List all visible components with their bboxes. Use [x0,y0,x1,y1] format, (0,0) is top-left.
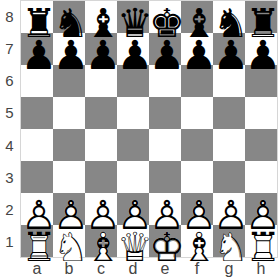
black-bishop[interactable]: ♝ [85,3,117,35]
black-pawn[interactable]: ♟ [149,35,181,67]
file-label-d: d [117,258,149,280]
square-c7[interactable]: ♟ [85,33,117,65]
file-label-e: e [149,258,181,280]
square-a7[interactable]: ♟ [21,33,53,65]
white-pawn[interactable]: ♟♙ [21,195,53,227]
square-c3[interactable] [85,161,117,193]
square-b7[interactable]: ♟ [53,33,85,65]
square-g5[interactable] [213,97,245,129]
white-bishop[interactable]: ♝♗ [85,227,117,259]
square-g4[interactable] [213,129,245,161]
white-pawn[interactable]: ♟♙ [53,195,85,227]
white-rook[interactable]: ♜♖ [245,227,277,259]
square-e4[interactable] [149,129,181,161]
square-a5[interactable] [21,97,53,129]
black-pawn[interactable]: ♟ [213,35,245,67]
file-label-g: g [213,258,245,280]
square-f2[interactable]: ♟♙ [181,193,213,225]
square-g3[interactable] [213,161,245,193]
black-rook[interactable]: ♜ [21,3,53,35]
rank-label-7: 7 [0,32,19,64]
rank-label-8: 8 [0,0,19,32]
black-rook[interactable]: ♜ [245,3,277,35]
square-e5[interactable] [149,97,181,129]
black-bishop[interactable]: ♝ [181,3,213,35]
square-f5[interactable] [181,97,213,129]
file-labels: abcdefgh [21,258,277,280]
rank-labels: 87654321 [0,0,19,258]
black-queen[interactable]: ♛ [117,3,149,35]
black-pawn[interactable]: ♟ [85,35,117,67]
rank-label-2: 2 [0,194,19,226]
square-f3[interactable] [181,161,213,193]
square-b8[interactable]: ♞ [53,1,85,33]
square-e7[interactable]: ♟ [149,33,181,65]
black-pawn-glyph: ♟ [213,35,249,75]
square-a8[interactable]: ♜ [21,1,53,33]
white-pawn[interactable]: ♟♙ [85,195,117,227]
square-d4[interactable] [117,129,149,161]
square-h5[interactable] [245,97,277,129]
black-pawn[interactable]: ♟ [53,35,85,67]
square-a2[interactable]: ♟♙ [21,193,53,225]
file-label-c: c [85,258,117,280]
white-pawn[interactable]: ♟♙ [245,195,277,227]
black-knight[interactable]: ♞ [213,3,245,35]
square-a4[interactable] [21,129,53,161]
file-label-h: h [245,258,277,280]
black-pawn-glyph: ♟ [117,35,153,75]
white-pawn[interactable]: ♟♙ [117,195,149,227]
square-h2[interactable]: ♟♙ [245,193,277,225]
square-b1[interactable]: ♞♘ [53,225,85,257]
square-g7[interactable]: ♟ [213,33,245,65]
chess-diagram: 87654321 ♜♞♝♛♚♝♞♜♟♟♟♟♟♟♟♟♟♙♟♙♟♙♟♙♟♙♟♙♟♙♟… [0,0,280,280]
black-knight[interactable]: ♞ [53,3,85,35]
square-b3[interactable] [53,161,85,193]
black-pawn[interactable]: ♟ [21,35,53,67]
square-a1[interactable]: ♜♖ [21,225,53,257]
black-pawn-glyph: ♟ [85,35,121,75]
square-h3[interactable] [245,161,277,193]
square-e3[interactable] [149,161,181,193]
white-bishop[interactable]: ♝♗ [181,227,213,259]
square-c4[interactable] [85,129,117,161]
square-d5[interactable] [117,97,149,129]
rank-label-1: 1 [0,226,19,258]
square-f4[interactable] [181,129,213,161]
square-b2[interactable]: ♟♙ [53,193,85,225]
square-h8[interactable]: ♜ [245,1,277,33]
square-f8[interactable]: ♝ [181,1,213,33]
square-h1[interactable]: ♜♖ [245,225,277,257]
black-king[interactable]: ♚ [149,3,181,35]
square-d1[interactable]: ♛♕ [117,225,149,257]
white-queen[interactable]: ♛♕ [117,227,149,259]
black-pawn-glyph: ♟ [181,35,217,75]
square-e2[interactable]: ♟♙ [149,193,181,225]
square-d7[interactable]: ♟ [117,33,149,65]
square-d2[interactable]: ♟♙ [117,193,149,225]
square-c1[interactable]: ♝♗ [85,225,117,257]
white-pawn[interactable]: ♟♙ [181,195,213,227]
black-pawn[interactable]: ♟ [117,35,149,67]
square-f7[interactable]: ♟ [181,33,213,65]
file-label-a: a [21,258,53,280]
rank-label-3: 3 [0,161,19,193]
rank-label-5: 5 [0,97,19,129]
black-pawn-glyph: ♟ [53,35,89,75]
black-pawn-glyph: ♟ [149,35,185,75]
black-pawn[interactable]: ♟ [245,35,277,67]
white-king[interactable]: ♚♔ [149,227,181,259]
white-knight[interactable]: ♞♘ [213,227,245,259]
square-c2[interactable]: ♟♙ [85,193,117,225]
square-g2[interactable]: ♟♙ [213,193,245,225]
square-c8[interactable]: ♝ [85,1,117,33]
square-b4[interactable] [53,129,85,161]
square-g1[interactable]: ♞♘ [213,225,245,257]
black-pawn-glyph: ♟ [245,35,280,75]
black-pawn-glyph: ♟ [21,35,57,75]
square-a3[interactable] [21,161,53,193]
white-rook[interactable]: ♜♖ [21,227,53,259]
black-pawn[interactable]: ♟ [181,35,213,67]
square-h4[interactable] [245,129,277,161]
square-e1[interactable]: ♚♔ [149,225,181,257]
square-g8[interactable]: ♞ [213,1,245,33]
white-knight[interactable]: ♞♘ [53,227,85,259]
white-pawn[interactable]: ♟♙ [213,195,245,227]
rank-label-6: 6 [0,65,19,97]
rank-label-4: 4 [0,129,19,161]
square-h7[interactable]: ♟ [245,33,277,65]
square-d8[interactable]: ♛ [117,1,149,33]
file-label-b: b [53,258,85,280]
square-b5[interactable] [53,97,85,129]
square-d3[interactable] [117,161,149,193]
square-e8[interactable]: ♚ [149,1,181,33]
chess-board: ♜♞♝♛♚♝♞♜♟♟♟♟♟♟♟♟♟♙♟♙♟♙♟♙♟♙♟♙♟♙♟♙♜♖♞♘♝♗♛♕… [20,0,278,258]
file-label-f: f [181,258,213,280]
white-pawn[interactable]: ♟♙ [149,195,181,227]
square-f1[interactable]: ♝♗ [181,225,213,257]
square-c5[interactable] [85,97,117,129]
